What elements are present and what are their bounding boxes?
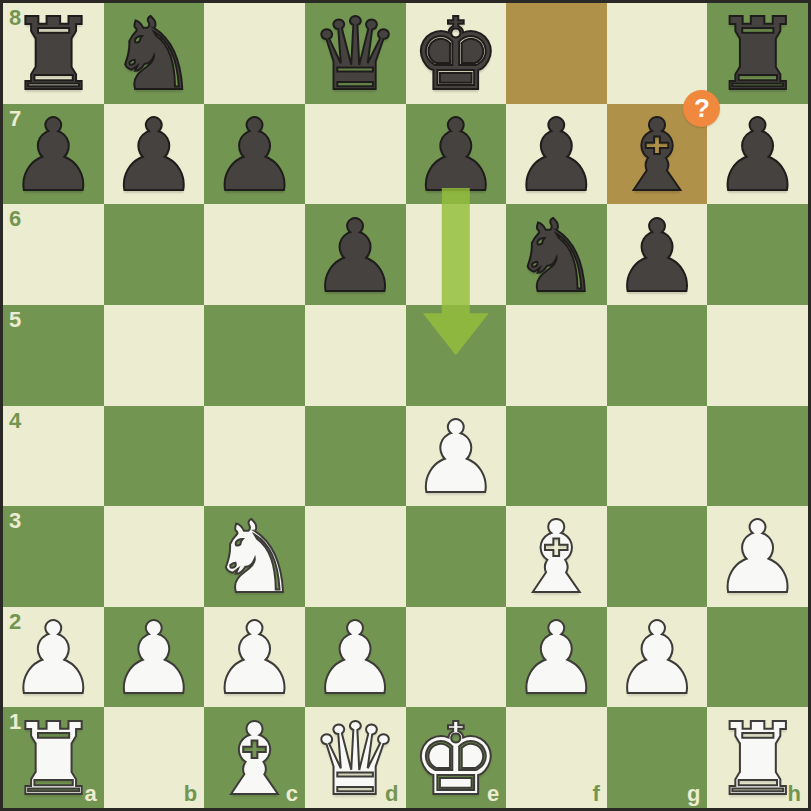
black-rook-h8[interactable]: ♜ <box>707 5 808 106</box>
square-d5[interactable] <box>305 305 406 406</box>
square-e1[interactable]: e♚ <box>406 707 507 808</box>
black-king-e8[interactable]: ♚ <box>406 5 507 106</box>
square-h2[interactable] <box>707 607 808 708</box>
square-g5[interactable] <box>607 305 708 406</box>
square-a6[interactable]: 6 <box>3 204 104 305</box>
square-f7[interactable]: ♟ <box>506 104 607 205</box>
square-h4[interactable] <box>707 406 808 507</box>
white-queen-d1[interactable]: ♛ <box>305 709 406 810</box>
white-bishop-f3[interactable]: ♝ <box>506 508 607 609</box>
square-c4[interactable] <box>204 406 305 507</box>
white-pawn-b2[interactable]: ♟ <box>104 609 205 710</box>
square-g4[interactable] <box>607 406 708 507</box>
square-h1[interactable]: h♜ <box>707 707 808 808</box>
square-f2[interactable]: ♟ <box>506 607 607 708</box>
square-e4[interactable]: ♟ <box>406 406 507 507</box>
square-b1[interactable]: b <box>104 707 205 808</box>
rank-label-4: 4 <box>9 408 21 434</box>
square-h6[interactable] <box>707 204 808 305</box>
square-g1[interactable]: g <box>607 707 708 808</box>
square-e8[interactable]: ♚ <box>406 3 507 104</box>
square-a4[interactable]: 4 <box>3 406 104 507</box>
white-pawn-a2[interactable]: ♟ <box>3 609 104 710</box>
square-d2[interactable]: ♟ <box>305 607 406 708</box>
square-b6[interactable] <box>104 204 205 305</box>
black-pawn-h7[interactable]: ♟ <box>707 106 808 207</box>
white-pawn-h3[interactable]: ♟ <box>707 508 808 609</box>
white-pawn-f2[interactable]: ♟ <box>506 609 607 710</box>
square-c1[interactable]: c♝ <box>204 707 305 808</box>
black-pawn-d6[interactable]: ♟ <box>305 206 406 307</box>
square-e5[interactable] <box>406 305 507 406</box>
square-d7[interactable] <box>305 104 406 205</box>
white-rook-a1[interactable]: ♜ <box>3 709 104 810</box>
square-a1[interactable]: 1a♜ <box>3 707 104 808</box>
file-label-g: g <box>687 781 700 807</box>
white-king-e1[interactable]: ♚ <box>406 709 507 810</box>
square-g6[interactable]: ♟ <box>607 204 708 305</box>
square-a2[interactable]: 2♟ <box>3 607 104 708</box>
square-b4[interactable] <box>104 406 205 507</box>
square-c8[interactable] <box>204 3 305 104</box>
square-g8[interactable] <box>607 3 708 104</box>
black-pawn-c7[interactable]: ♟ <box>204 106 305 207</box>
square-c3[interactable]: ♞ <box>204 506 305 607</box>
rank-label-5: 5 <box>9 307 21 333</box>
square-b8[interactable]: ♞ <box>104 3 205 104</box>
white-bishop-c1[interactable]: ♝ <box>204 709 305 810</box>
square-d8[interactable]: ♛ <box>305 3 406 104</box>
square-b2[interactable]: ♟ <box>104 607 205 708</box>
white-pawn-d2[interactable]: ♟ <box>305 609 406 710</box>
black-knight-f6[interactable]: ♞ <box>506 206 607 307</box>
square-f1[interactable]: f <box>506 707 607 808</box>
square-g2[interactable]: ♟ <box>607 607 708 708</box>
square-b7[interactable]: ♟ <box>104 104 205 205</box>
square-e7[interactable]: ♟ <box>406 104 507 205</box>
square-h8[interactable]: ♜ <box>707 3 808 104</box>
black-queen-d8[interactable]: ♛ <box>305 5 406 106</box>
black-pawn-e7[interactable]: ♟ <box>406 106 507 207</box>
square-c5[interactable] <box>204 305 305 406</box>
square-d1[interactable]: d♛ <box>305 707 406 808</box>
white-knight-c3[interactable]: ♞ <box>204 508 305 609</box>
mistake-badge: ? <box>683 90 720 127</box>
black-rook-a8[interactable]: ♜ <box>3 5 104 106</box>
white-rook-h1[interactable]: ♜ <box>707 709 808 810</box>
square-d3[interactable] <box>305 506 406 607</box>
mistake-badge-glyph: ? <box>694 93 710 124</box>
black-knight-b8[interactable]: ♞ <box>104 5 205 106</box>
square-e2[interactable] <box>406 607 507 708</box>
black-pawn-a7[interactable]: ♟ <box>3 106 104 207</box>
rank-label-3: 3 <box>9 508 21 534</box>
square-c6[interactable] <box>204 204 305 305</box>
square-e3[interactable] <box>406 506 507 607</box>
square-h5[interactable] <box>707 305 808 406</box>
square-f3[interactable]: ♝ <box>506 506 607 607</box>
square-f6[interactable]: ♞ <box>506 204 607 305</box>
white-pawn-c2[interactable]: ♟ <box>204 609 305 710</box>
square-h7[interactable]: ♟ <box>707 104 808 205</box>
square-a7[interactable]: 7♟ <box>3 104 104 205</box>
square-e6[interactable] <box>406 204 507 305</box>
chess-board[interactable]: ? 8♜♞♛♚♜7♟♟♟♟♟♝♟6♟♞♟54♟3♞♝♟2♟♟♟♟♟♟1a♜bc♝… <box>0 0 811 811</box>
square-a3[interactable]: 3 <box>3 506 104 607</box>
square-g3[interactable] <box>607 506 708 607</box>
square-d4[interactable] <box>305 406 406 507</box>
square-c7[interactable]: ♟ <box>204 104 305 205</box>
square-a5[interactable]: 5 <box>3 305 104 406</box>
square-f5[interactable] <box>506 305 607 406</box>
square-d6[interactable]: ♟ <box>305 204 406 305</box>
square-b5[interactable] <box>104 305 205 406</box>
square-f8[interactable] <box>506 3 607 104</box>
black-pawn-b7[interactable]: ♟ <box>104 106 205 207</box>
white-pawn-g2[interactable]: ♟ <box>607 609 708 710</box>
square-h3[interactable]: ♟ <box>707 506 808 607</box>
black-pawn-g6[interactable]: ♟ <box>607 206 708 307</box>
square-c2[interactable]: ♟ <box>204 607 305 708</box>
square-a8[interactable]: 8♜ <box>3 3 104 104</box>
white-pawn-e4[interactable]: ♟ <box>406 408 507 509</box>
file-label-b: b <box>184 781 197 807</box>
square-b3[interactable] <box>104 506 205 607</box>
square-f4[interactable] <box>506 406 607 507</box>
black-pawn-f7[interactable]: ♟ <box>506 106 607 207</box>
file-label-f: f <box>592 781 599 807</box>
